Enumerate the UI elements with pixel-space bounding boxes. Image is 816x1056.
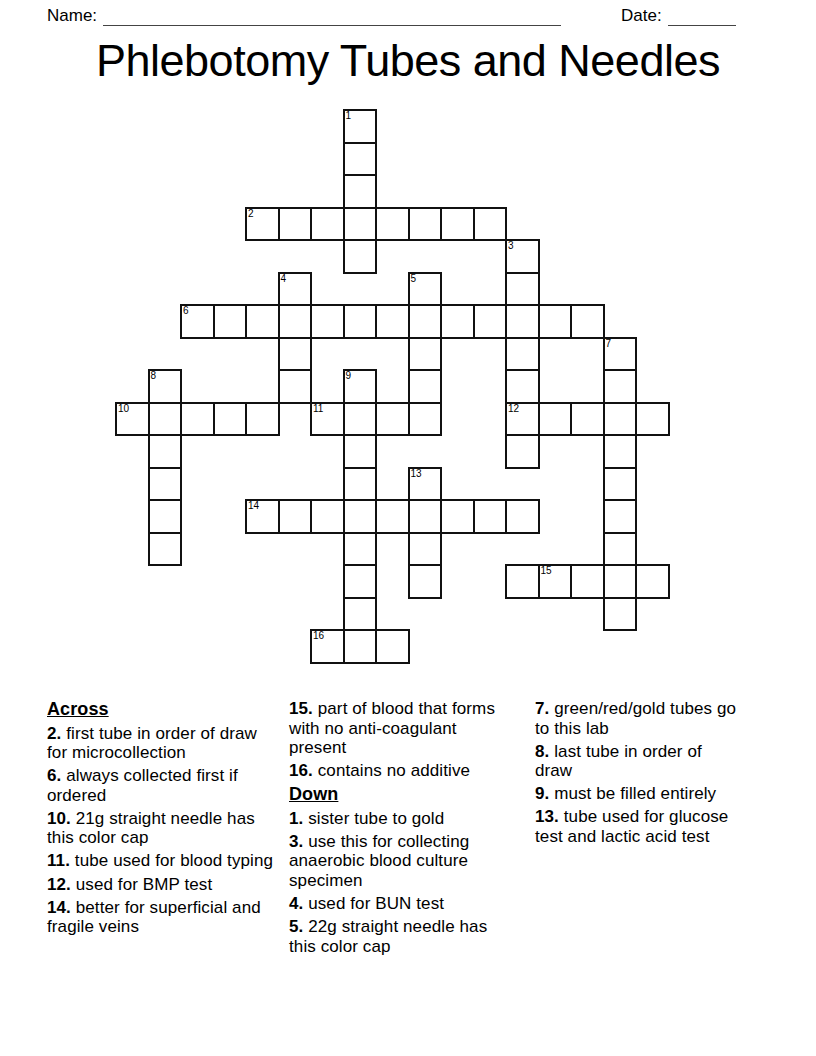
cell-r3-c10[interactable] <box>441 208 474 241</box>
cell-r5-c5[interactable]: 4 <box>279 273 312 306</box>
clue-number-1: 1 <box>346 111 352 121</box>
cell-r3-c4[interactable]: 2 <box>246 208 279 241</box>
cell-r9-c9[interactable] <box>409 403 442 436</box>
cell-r0-c7[interactable]: 1 <box>344 110 377 143</box>
cell-r12-c1[interactable] <box>149 500 182 533</box>
cell-r12-c12[interactable] <box>506 500 539 533</box>
cell-r12-c9[interactable] <box>409 500 442 533</box>
cell-r13-c7[interactable] <box>344 533 377 566</box>
cell-r12-c8[interactable] <box>376 500 409 533</box>
cell-r3-c7[interactable] <box>344 208 377 241</box>
cell-r9-c8[interactable] <box>376 403 409 436</box>
cell-r8-c1[interactable]: 8 <box>149 370 182 403</box>
crossword-grid: 12345678910111213141516 <box>116 110 702 663</box>
cell-r8-c9[interactable] <box>409 370 442 403</box>
date-blank-line[interactable] <box>668 7 736 26</box>
clue-6: 6. always collected first if ordered <box>47 766 280 805</box>
cell-r12-c15[interactable] <box>604 500 637 533</box>
down-header: Down <box>289 784 518 805</box>
cell-r9-c16[interactable] <box>636 403 669 436</box>
clue-number-8: 8 <box>151 371 157 381</box>
clue-8: 8. last tube in order of draw <box>535 742 738 781</box>
cell-r14-c16[interactable] <box>636 565 669 598</box>
cell-r9-c4[interactable] <box>246 403 279 436</box>
cell-r11-c9[interactable]: 13 <box>409 468 442 501</box>
cell-r6-c12[interactable] <box>506 305 539 338</box>
cell-r6-c5[interactable] <box>279 305 312 338</box>
cell-r4-c12[interactable]: 3 <box>506 240 539 273</box>
clue-12: 12. used for BMP test <box>47 875 280 895</box>
name-blank-line[interactable] <box>103 7 561 26</box>
clue-5: 5. 22g straight needle has this color ca… <box>289 917 518 956</box>
clue-number-14: 14 <box>248 501 259 511</box>
cell-r1-c7[interactable] <box>344 143 377 176</box>
cell-r6-c2[interactable]: 6 <box>181 305 214 338</box>
clue-number-10: 10 <box>118 404 129 414</box>
cell-r9-c7[interactable] <box>344 403 377 436</box>
cell-r16-c8[interactable] <box>376 630 409 663</box>
cell-r6-c7[interactable] <box>344 305 377 338</box>
cell-r9-c12[interactable]: 12 <box>506 403 539 436</box>
cell-r8-c7[interactable]: 9 <box>344 370 377 403</box>
cell-r14-c12[interactable] <box>506 565 539 598</box>
clue-15: 15. part of blood that forms with no ant… <box>289 699 518 758</box>
clue-number-5: 5 <box>411 274 417 284</box>
cell-r4-c7[interactable] <box>344 240 377 273</box>
clue-2: 2. first tube in order of draw for micro… <box>47 724 280 763</box>
cell-r13-c9[interactable] <box>409 533 442 566</box>
cell-r16-c7[interactable] <box>344 630 377 663</box>
cell-r9-c15[interactable] <box>604 403 637 436</box>
cell-r3-c5[interactable] <box>279 208 312 241</box>
clue-3: 3. use this for collecting anaerobic blo… <box>289 832 518 891</box>
worksheet-header: Name: Date: <box>47 6 740 26</box>
clue-11: 11. tube used for blood typing <box>47 851 280 871</box>
clue-4: 4. used for BUN test <box>289 894 518 914</box>
cell-r14-c9[interactable] <box>409 565 442 598</box>
cell-r3-c6[interactable] <box>311 208 344 241</box>
clue-number-7: 7 <box>606 339 612 349</box>
cell-r14-c14[interactable] <box>571 565 604 598</box>
clue-number-12: 12 <box>508 404 519 414</box>
cell-r10-c1[interactable] <box>149 435 182 468</box>
date-label: Date: <box>621 6 668 26</box>
clue-number-2: 2 <box>248 209 254 219</box>
clue-13: 13. tube used for glucose test and lacti… <box>535 807 738 846</box>
cell-r3-c11[interactable] <box>474 208 507 241</box>
puzzle-title: Phlebotomy Tubes and Needles <box>0 36 816 86</box>
cell-r13-c15[interactable] <box>604 533 637 566</box>
cell-r6-c4[interactable] <box>246 305 279 338</box>
cell-r6-c14[interactable] <box>571 305 604 338</box>
cell-r14-c15[interactable] <box>604 565 637 598</box>
cell-r12-c5[interactable] <box>279 500 312 533</box>
clue-1: 1. sister tube to gold <box>289 809 518 829</box>
cell-r9-c0[interactable]: 10 <box>116 403 149 436</box>
cell-r7-c5[interactable] <box>279 338 312 371</box>
cell-r9-c1[interactable] <box>149 403 182 436</box>
cell-r11-c7[interactable] <box>344 468 377 501</box>
cell-r10-c15[interactable] <box>604 435 637 468</box>
name-label: Name: <box>47 6 103 26</box>
cell-r12-c7[interactable] <box>344 500 377 533</box>
clue-column-3: 7. green/red/gold tubes go to this lab8.… <box>535 699 738 850</box>
cell-r9-c6[interactable]: 11 <box>311 403 344 436</box>
cell-r6-c13[interactable] <box>539 305 572 338</box>
cell-r9-c14[interactable] <box>571 403 604 436</box>
cell-r12-c11[interactable] <box>474 500 507 533</box>
clue-16: 16. contains no additive <box>289 761 518 781</box>
cell-r10-c7[interactable] <box>344 435 377 468</box>
cell-r10-c12[interactable] <box>506 435 539 468</box>
cell-r6-c9[interactable] <box>409 305 442 338</box>
cell-r8-c5[interactable] <box>279 370 312 403</box>
cell-r7-c12[interactable] <box>506 338 539 371</box>
cell-r9-c13[interactable] <box>539 403 572 436</box>
clue-column-2: 15. part of blood that forms with no ant… <box>289 699 518 960</box>
clue-number-15: 15 <box>541 566 552 576</box>
cell-r11-c15[interactable] <box>604 468 637 501</box>
clue-number-16: 16 <box>313 631 324 641</box>
cell-r12-c6[interactable] <box>311 500 344 533</box>
cell-r12-c10[interactable] <box>441 500 474 533</box>
cell-r14-c7[interactable] <box>344 565 377 598</box>
clue-column-1: Across2. first tube in order of draw for… <box>47 699 280 940</box>
clue-number-11: 11 <box>313 404 323 414</box>
cell-r8-c15[interactable] <box>604 370 637 403</box>
cell-r7-c9[interactable] <box>409 338 442 371</box>
cell-r9-c3[interactable] <box>214 403 247 436</box>
cell-r16-c6[interactable]: 16 <box>311 630 344 663</box>
cell-r5-c12[interactable] <box>506 273 539 306</box>
cell-r7-c15[interactable]: 7 <box>604 338 637 371</box>
cell-r13-c1[interactable] <box>149 533 182 566</box>
clue-number-9: 9 <box>346 371 352 381</box>
clue-number-13: 13 <box>411 469 422 479</box>
across-header: Across <box>47 699 280 720</box>
clue-14: 14. better for superficial and fragile v… <box>47 898 280 937</box>
cell-r14-c13[interactable]: 15 <box>539 565 572 598</box>
cell-r2-c7[interactable] <box>344 175 377 208</box>
cell-r6-c8[interactable] <box>376 305 409 338</box>
clue-10: 10. 21g straight needle has this color c… <box>47 809 280 848</box>
clue-9: 9. must be filled entirely <box>535 784 738 804</box>
clue-number-4: 4 <box>281 274 287 284</box>
clue-7: 7. green/red/gold tubes go to this lab <box>535 699 738 738</box>
cell-r6-c3[interactable] <box>214 305 247 338</box>
cell-r3-c8[interactable] <box>376 208 409 241</box>
cell-r9-c2[interactable] <box>181 403 214 436</box>
cell-r6-c11[interactable] <box>474 305 507 338</box>
cell-r6-c10[interactable] <box>441 305 474 338</box>
cell-r3-c9[interactable] <box>409 208 442 241</box>
cell-r12-c4[interactable]: 14 <box>246 500 279 533</box>
cell-r11-c1[interactable] <box>149 468 182 501</box>
cell-r8-c12[interactable] <box>506 370 539 403</box>
cell-r15-c7[interactable] <box>344 598 377 631</box>
cell-r6-c6[interactable] <box>311 305 344 338</box>
clue-number-3: 3 <box>508 241 514 251</box>
cell-r5-c9[interactable]: 5 <box>409 273 442 306</box>
clue-number-6: 6 <box>183 306 189 316</box>
cell-r15-c15[interactable] <box>604 598 637 631</box>
